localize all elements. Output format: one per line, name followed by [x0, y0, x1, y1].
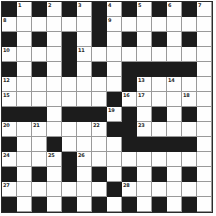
white-cell[interactable] [182, 47, 197, 62]
black-cell [47, 137, 62, 152]
black-cell [107, 92, 122, 107]
white-cell[interactable] [77, 32, 92, 47]
white-cell[interactable] [197, 137, 212, 152]
white-cell[interactable] [17, 32, 32, 47]
black-cell [137, 137, 152, 152]
white-cell[interactable] [107, 167, 122, 182]
white-cell[interactable] [197, 47, 212, 62]
white-cell[interactable] [152, 122, 167, 137]
white-cell[interactable]: 1 [17, 2, 32, 17]
white-cell[interactable] [62, 92, 77, 107]
clue-number: 4 [108, 2, 111, 8]
black-cell [92, 167, 107, 182]
white-cell[interactable] [77, 92, 92, 107]
white-cell[interactable]: 15 [2, 92, 17, 107]
white-cell[interactable] [182, 182, 197, 197]
white-cell[interactable] [167, 197, 182, 212]
white-cell[interactable] [17, 197, 32, 212]
white-cell[interactable]: 9 [107, 17, 122, 32]
black-cell [122, 107, 137, 122]
white-cell[interactable]: 14 [167, 77, 182, 92]
black-cell [122, 32, 137, 47]
black-cell [182, 167, 197, 182]
black-cell [62, 167, 77, 182]
clue-number: 24 [3, 152, 9, 158]
white-cell[interactable] [47, 182, 62, 197]
white-cell[interactable] [47, 32, 62, 47]
black-cell [167, 137, 182, 152]
white-cell[interactable]: 28 [122, 182, 137, 197]
white-cell[interactable]: 22 [92, 122, 107, 137]
black-cell [182, 197, 197, 212]
black-cell [182, 137, 197, 152]
black-cell [92, 197, 107, 212]
white-cell[interactable]: 17 [137, 92, 152, 107]
clue-number: 26 [78, 152, 84, 158]
black-cell [92, 107, 107, 122]
clue-number: 14 [168, 77, 174, 83]
black-cell [32, 197, 47, 212]
black-cell [17, 107, 32, 122]
clue-number: 27 [3, 182, 9, 188]
black-cell [32, 62, 47, 77]
white-cell[interactable] [197, 107, 212, 122]
white-cell[interactable] [32, 152, 47, 167]
white-cell[interactable] [152, 47, 167, 62]
white-cell[interactable] [167, 17, 182, 32]
white-cell[interactable] [137, 182, 152, 197]
white-cell[interactable] [107, 32, 122, 47]
clue-number: 15 [3, 92, 9, 98]
clue-number: 18 [183, 92, 189, 98]
white-cell[interactable] [77, 167, 92, 182]
white-cell[interactable] [92, 182, 107, 197]
white-cell[interactable]: 12 [2, 77, 17, 92]
white-cell[interactable] [152, 77, 167, 92]
white-cell[interactable] [182, 122, 197, 137]
white-cell[interactable]: 5 [137, 2, 152, 17]
white-cell[interactable] [47, 122, 62, 137]
clue-number: 25 [48, 152, 54, 158]
black-cell [92, 62, 107, 77]
white-cell[interactable] [47, 167, 62, 182]
white-cell[interactable]: 18 [182, 92, 197, 107]
white-cell[interactable] [197, 122, 212, 137]
white-cell[interactable]: 21 [32, 122, 47, 137]
white-cell[interactable] [62, 182, 77, 197]
clue-number: 11 [78, 47, 84, 53]
black-cell [62, 2, 77, 17]
black-cell [2, 107, 17, 122]
white-cell[interactable] [122, 152, 137, 167]
white-cell[interactable]: 8 [2, 17, 17, 32]
white-cell[interactable] [197, 92, 212, 107]
white-cell[interactable] [197, 152, 212, 167]
white-cell[interactable] [17, 167, 32, 182]
white-cell[interactable]: 19 [107, 107, 122, 122]
white-cell[interactable] [47, 47, 62, 62]
white-cell[interactable]: 4 [107, 2, 122, 17]
white-cell[interactable] [137, 107, 152, 122]
black-cell [122, 197, 137, 212]
white-cell[interactable] [152, 92, 167, 107]
black-cell [182, 107, 197, 122]
clue-number: 3 [78, 2, 81, 8]
clue-number: 17 [138, 92, 144, 98]
white-cell[interactable] [32, 182, 47, 197]
white-cell[interactable] [17, 62, 32, 77]
white-cell[interactable] [77, 77, 92, 92]
white-cell[interactable] [167, 92, 182, 107]
black-cell [2, 62, 17, 77]
white-cell[interactable] [47, 77, 62, 92]
white-cell[interactable] [137, 47, 152, 62]
black-cell [32, 167, 47, 182]
black-cell [182, 2, 197, 17]
white-cell[interactable] [197, 77, 212, 92]
white-cell[interactable]: 6 [167, 2, 182, 17]
black-cell [107, 122, 122, 137]
white-cell[interactable] [77, 197, 92, 212]
white-cell[interactable] [47, 17, 62, 32]
white-cell[interactable] [17, 122, 32, 137]
white-cell[interactable] [167, 47, 182, 62]
white-cell[interactable] [122, 17, 137, 32]
white-cell[interactable] [17, 92, 32, 107]
white-cell[interactable] [167, 167, 182, 182]
white-cell[interactable] [62, 77, 77, 92]
white-cell[interactable] [107, 197, 122, 212]
black-cell [137, 62, 152, 77]
white-cell[interactable] [182, 152, 197, 167]
clue-number: 28 [123, 182, 129, 188]
white-cell[interactable]: 20 [2, 122, 17, 137]
clue-number: 16 [123, 92, 129, 98]
clue-number: 13 [138, 77, 144, 83]
white-cell[interactable] [92, 92, 107, 107]
white-cell[interactable] [137, 17, 152, 32]
white-cell[interactable]: 13 [137, 77, 152, 92]
white-cell[interactable] [77, 182, 92, 197]
white-cell[interactable] [197, 182, 212, 197]
black-cell [62, 107, 77, 122]
black-cell [122, 137, 137, 152]
white-cell[interactable] [47, 197, 62, 212]
white-cell[interactable] [197, 167, 212, 182]
white-cell[interactable] [92, 77, 107, 92]
black-cell [122, 122, 137, 137]
black-cell [2, 32, 17, 47]
white-cell[interactable] [17, 77, 32, 92]
white-cell[interactable]: 25 [47, 152, 62, 167]
white-cell[interactable] [197, 17, 212, 32]
white-cell[interactable] [77, 137, 92, 152]
white-cell[interactable] [197, 32, 212, 47]
black-cell [152, 137, 167, 152]
clue-number: 23 [138, 122, 144, 128]
black-cell [152, 107, 167, 122]
white-cell[interactable] [17, 17, 32, 32]
white-cell[interactable]: 26 [77, 152, 92, 167]
white-cell[interactable] [77, 122, 92, 137]
black-cell [122, 167, 137, 182]
white-cell[interactable] [107, 152, 122, 167]
black-cell [152, 2, 167, 17]
black-cell [152, 167, 167, 182]
black-cell [2, 197, 17, 212]
black-cell [122, 77, 137, 92]
clue-number: 9 [108, 17, 111, 23]
black-cell [167, 62, 182, 77]
white-cell[interactable] [47, 92, 62, 107]
clue-number: 7 [198, 2, 201, 8]
white-cell[interactable] [17, 137, 32, 152]
white-cell[interactable]: 3 [77, 2, 92, 17]
white-cell[interactable] [137, 167, 152, 182]
white-cell[interactable] [122, 47, 137, 62]
white-cell[interactable] [167, 182, 182, 197]
white-cell[interactable] [17, 182, 32, 197]
white-cell[interactable] [137, 32, 152, 47]
black-cell [32, 32, 47, 47]
white-cell[interactable]: 16 [122, 92, 137, 107]
white-cell[interactable]: 10 [2, 47, 17, 62]
black-cell [2, 167, 17, 182]
white-cell[interactable] [32, 92, 47, 107]
white-cell[interactable] [62, 122, 77, 137]
clue-number: 19 [108, 107, 114, 113]
white-cell[interactable]: 11 [77, 47, 92, 62]
white-cell[interactable] [107, 47, 122, 62]
white-cell[interactable]: 27 [2, 182, 17, 197]
white-cell[interactable] [32, 77, 47, 92]
black-cell [92, 32, 107, 47]
white-cell[interactable] [137, 152, 152, 167]
black-cell [182, 32, 197, 47]
white-cell[interactable] [152, 17, 167, 32]
white-cell[interactable] [167, 107, 182, 122]
black-cell [92, 17, 107, 32]
clue-number: 5 [138, 2, 141, 8]
white-cell[interactable] [47, 62, 62, 77]
white-cell[interactable] [167, 122, 182, 137]
white-cell[interactable] [107, 62, 122, 77]
white-cell[interactable] [197, 62, 212, 77]
black-cell [122, 62, 137, 77]
white-cell[interactable] [62, 17, 77, 32]
black-cell [152, 62, 167, 77]
white-cell[interactable] [167, 32, 182, 47]
white-cell[interactable] [32, 137, 47, 152]
black-cell [62, 62, 77, 77]
white-cell[interactable] [92, 137, 107, 152]
black-cell [2, 2, 17, 17]
white-cell[interactable] [107, 137, 122, 152]
white-cell[interactable] [152, 182, 167, 197]
white-cell[interactable]: 24 [2, 152, 17, 167]
black-cell [2, 137, 17, 152]
clue-number: 22 [93, 122, 99, 128]
black-cell [62, 197, 77, 212]
black-cell [62, 152, 77, 167]
white-cell[interactable] [167, 152, 182, 167]
white-cell[interactable] [92, 47, 107, 62]
black-cell [32, 107, 47, 122]
black-cell [62, 32, 77, 47]
white-cell[interactable] [17, 47, 32, 62]
white-cell[interactable] [197, 197, 212, 212]
black-cell [92, 2, 107, 17]
white-cell[interactable] [77, 62, 92, 77]
clue-number: 21 [33, 122, 39, 128]
white-cell[interactable] [182, 77, 197, 92]
crossword-grid: 1234567891011121314151617181920212223242… [1, 1, 213, 213]
white-cell[interactable] [62, 137, 77, 152]
black-cell [77, 107, 92, 122]
white-cell[interactable]: 2 [47, 2, 62, 17]
clue-number: 12 [3, 77, 9, 83]
white-cell[interactable] [32, 17, 47, 32]
white-cell[interactable] [137, 197, 152, 212]
clue-number: 8 [3, 17, 6, 23]
white-cell[interactable] [77, 17, 92, 32]
clue-number: 2 [48, 2, 51, 8]
crossword-page: 1234567891011121314151617181920212223242… [0, 0, 216, 216]
white-cell[interactable] [32, 47, 47, 62]
black-cell [122, 2, 137, 17]
white-cell[interactable] [152, 152, 167, 167]
black-cell [152, 32, 167, 47]
black-cell [107, 182, 122, 197]
clue-number: 1 [18, 2, 21, 8]
black-cell [152, 197, 167, 212]
black-cell [32, 2, 47, 17]
white-cell[interactable]: 7 [197, 2, 212, 17]
white-cell[interactable] [47, 107, 62, 122]
white-cell[interactable]: 23 [137, 122, 152, 137]
white-cell[interactable] [92, 152, 107, 167]
clue-number: 10 [3, 47, 9, 53]
black-cell [62, 47, 77, 62]
white-cell[interactable] [17, 152, 32, 167]
clue-number: 20 [3, 122, 9, 128]
white-cell[interactable] [107, 77, 122, 92]
clue-number: 6 [168, 2, 171, 8]
black-cell [182, 62, 197, 77]
white-cell[interactable] [182, 17, 197, 32]
